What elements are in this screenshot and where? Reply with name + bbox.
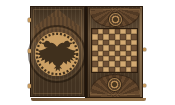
clasp <box>143 48 146 51</box>
case-right-panel <box>87 6 143 98</box>
board-square <box>131 67 137 72</box>
chessboard <box>92 29 137 72</box>
case-base-strip <box>31 98 146 101</box>
photo-stage <box>0 0 175 105</box>
hinge <box>28 49 31 53</box>
hinge <box>28 84 31 88</box>
hinge <box>28 18 31 22</box>
rosette-icon <box>108 78 121 91</box>
backgammon-case <box>30 6 144 99</box>
lit-edge-highlight <box>140 7 142 97</box>
double-headed-eagle-medallion <box>34 31 80 77</box>
case-left-panel <box>30 6 85 97</box>
clasp <box>143 84 146 87</box>
rosette-icon <box>109 13 122 26</box>
